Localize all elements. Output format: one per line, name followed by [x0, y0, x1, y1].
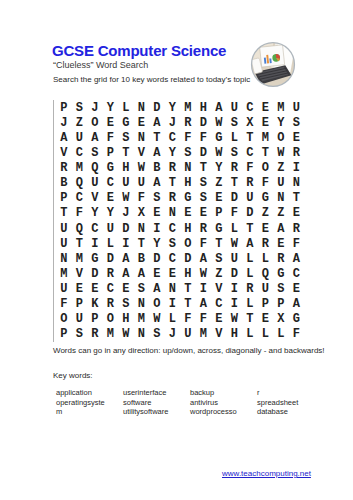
grid-cell-r14c10: A [196, 297, 212, 312]
grid-cell-r15c9: F [180, 312, 196, 327]
grid-cell-r16c4: M [103, 327, 119, 342]
grid-cell-r6c5: U [118, 176, 134, 191]
grid-cell-r4c4: P [103, 145, 119, 160]
grid-cell-r1c15: M [273, 100, 289, 115]
grid-cell-r15c4: O [103, 312, 119, 327]
grid-cell-r3c2: U [72, 130, 88, 145]
grid-cell-r4c7: A [149, 145, 165, 160]
grid-cell-r10c10: F [196, 236, 212, 251]
grid-cell-r10c16: F [289, 236, 305, 251]
grid-cell-r2c4: E [103, 115, 119, 130]
grid-cell-r16c5: W [118, 327, 134, 342]
grid-cell-r10c5: I [118, 236, 134, 251]
grid-cell-r11c14: L [258, 251, 274, 266]
grid-cell-r9c3: C [87, 221, 103, 236]
grid-cell-r12c12: D [227, 266, 243, 281]
grid-cell-r5c11: Y [211, 161, 227, 176]
grid-cell-r10c11: T [211, 236, 227, 251]
grid-cell-r5c15: Z [273, 161, 289, 176]
grid-cell-r14c8: I [165, 297, 181, 312]
grid-cell-r13c2: E [72, 282, 88, 297]
grid-cell-r1c1: P [56, 100, 72, 115]
grid-cell-r12c3: D [87, 266, 103, 281]
grid-cell-r4c1: V [56, 145, 72, 160]
grid-cell-r7c9: G [180, 191, 196, 206]
grid-cell-r5c10: T [196, 161, 212, 176]
keyword-cell-r3c2: utilitysoftware [123, 407, 190, 417]
grid-cell-r16c16: F [289, 327, 305, 342]
grid-cell-r2c7: A [149, 115, 165, 130]
grid-cell-r8c3: Y [87, 206, 103, 221]
keyword-cell-r1c1: application [56, 388, 123, 398]
grid-cell-r8c4: Y [103, 206, 119, 221]
grid-cell-r11c4: D [103, 251, 119, 266]
grid-cell-r10c3: I [87, 236, 103, 251]
page-title: GCSE Computer Science [52, 42, 226, 59]
grid-cell-r8c11: P [211, 206, 227, 221]
grid-cell-r13c1: U [56, 282, 72, 297]
worksheet-page: GCSE Computer Science “Clueless” Word Se… [0, 0, 353, 500]
grid-cell-r1c11: A [211, 100, 227, 115]
grid-cell-r15c2: U [72, 312, 88, 327]
grid-cell-r9c16: R [289, 221, 305, 236]
grid-cell-r13c4: C [103, 282, 119, 297]
grid-cell-r4c13: C [242, 145, 258, 160]
grid-cell-r4c14: T [258, 145, 274, 160]
grid-cell-r3c5: S [118, 130, 134, 145]
grid-cell-r15c12: W [227, 312, 243, 327]
grid-cell-r10c14: R [258, 236, 274, 251]
grid-cell-r13c8: N [165, 282, 181, 297]
grid-cell-r2c15: Y [273, 115, 289, 130]
grid-cell-r8c6: X [134, 206, 150, 221]
grid-cell-r15c7: W [149, 312, 165, 327]
grid-cell-r1c16: U [289, 100, 305, 115]
grid-cell-r9c11: G [211, 221, 227, 236]
grid-cell-r2c8: J [165, 115, 181, 130]
grid-cell-r7c5: W [118, 191, 134, 206]
grid-cell-r2c16: S [289, 115, 305, 130]
grid-cell-r6c10: S [196, 176, 212, 191]
grid-cell-r10c6: T [134, 236, 150, 251]
grid-cell-r15c6: M [134, 312, 150, 327]
grid-cell-r16c15: L [273, 327, 289, 342]
grid-cell-r7c12: D [227, 191, 243, 206]
grid-cell-r15c1: O [56, 312, 72, 327]
grid-cell-r14c2: P [72, 297, 88, 312]
grid-cell-r3c8: C [165, 130, 181, 145]
grid-cell-r8c16: E [289, 206, 305, 221]
grid-cell-r2c5: G [118, 115, 134, 130]
grid-cell-r3c4: F [103, 130, 119, 145]
keyword-cell-r2c2: software [123, 398, 190, 408]
grid-cell-r1c4: Y [103, 100, 119, 115]
grid-cell-r9c14: E [258, 221, 274, 236]
grid-cell-r14c1: F [56, 297, 72, 312]
grid-cell-r7c6: F [134, 191, 150, 206]
grid-cell-r5c8: R [165, 161, 181, 176]
grid-cell-r10c8: S [165, 236, 181, 251]
grid-cell-r9c10: R [196, 221, 212, 236]
grid-cell-r14c9: T [180, 297, 196, 312]
grid-cell-r7c8: R [165, 191, 181, 206]
grid-cell-r16c7: S [149, 327, 165, 342]
grid-cell-r8c14: Z [258, 206, 274, 221]
grid-cell-r16c3: R [87, 327, 103, 342]
grid-cell-r1c12: U [227, 100, 243, 115]
grid-cell-r4c5: T [118, 145, 134, 160]
grid-cell-r4c15: W [273, 145, 289, 160]
grid-cell-r3c11: G [211, 130, 227, 145]
grid-cell-r11c16: A [289, 251, 305, 266]
grid-cell-r12c14: Q [258, 266, 274, 281]
grid-cell-r12c13: L [242, 266, 258, 281]
grid-cell-r3c3: A [87, 130, 103, 145]
grid-cell-r13c3: E [87, 282, 103, 297]
grid-cell-r1c3: J [87, 100, 103, 115]
grid-cell-r6c9: H [180, 176, 196, 191]
grid-cell-r4c10: D [196, 145, 212, 160]
grid-cell-r9c15: A [273, 221, 289, 236]
grid-cell-r12c16: C [289, 266, 305, 281]
grid-cell-r3c15: O [273, 130, 289, 145]
grid-cell-r7c14: G [258, 191, 274, 206]
grid-cell-r8c2: F [72, 206, 88, 221]
grid-cell-r5c13: F [242, 161, 258, 176]
grid-cell-r13c5: E [118, 282, 134, 297]
keyword-cell-r1c4: r [257, 388, 324, 398]
grid-cell-r1c7: D [149, 100, 165, 115]
grid-cell-r12c7: E [149, 266, 165, 281]
grid-cell-r5c4: G [103, 161, 119, 176]
grid-cell-r6c7: A [149, 176, 165, 191]
grid-cell-r16c6: N [134, 327, 150, 342]
grid-cell-r12c6: A [134, 266, 150, 281]
grid-cell-r15c13: T [242, 312, 258, 327]
grid-cell-r4c16: R [289, 145, 305, 160]
grid-cell-r12c11: Z [211, 266, 227, 281]
grid-cell-r3c12: L [227, 130, 243, 145]
grid-cell-r6c8: T [165, 176, 181, 191]
grid-cell-r14c15: P [273, 297, 289, 312]
grid-cell-r13c16: E [289, 282, 305, 297]
key-words-label: Key words: [53, 371, 93, 380]
grid-cell-r6c13: R [242, 176, 258, 191]
grid-cell-r6c4: C [103, 176, 119, 191]
grid-cell-r10c12: W [227, 236, 243, 251]
grid-cell-r13c10: I [196, 282, 212, 297]
grid-cell-r7c7: S [149, 191, 165, 206]
grid-cell-r5c6: W [134, 161, 150, 176]
grid-cell-r7c3: V [87, 191, 103, 206]
grid-cell-r2c12: S [227, 115, 243, 130]
grid-cell-r14c7: O [149, 297, 165, 312]
grid-cell-r3c10: F [196, 130, 212, 145]
grid-cell-r5c3: Q [87, 161, 103, 176]
grid-cell-r3c6: N [134, 130, 150, 145]
grid-cell-r3c14: M [258, 130, 274, 145]
grid-cell-r11c2: M [72, 251, 88, 266]
grid-cell-r13c14: U [258, 282, 274, 297]
grid-cell-r1c9: M [180, 100, 196, 115]
grid-cell-r14c14: P [258, 297, 274, 312]
grid-cell-r3c1: A [56, 130, 72, 145]
grid-cell-r11c13: L [242, 251, 258, 266]
grid-cell-r14c11: C [211, 297, 227, 312]
grid-cell-r12c1: M [56, 266, 72, 281]
grid-cell-r11c5: A [118, 251, 134, 266]
grid-cell-r2c9: R [180, 115, 196, 130]
grid-cell-r6c16: N [289, 176, 305, 191]
page-subtitle: “Clueless” Word Search [53, 60, 148, 70]
keyword-cell-r1c2: userinterface [123, 388, 190, 398]
grid-cell-r6c12: T [227, 176, 243, 191]
grid-cell-r4c2: C [72, 145, 88, 160]
grid-cell-r5c12: R [227, 161, 243, 176]
laptop-photo-icon [250, 41, 296, 88]
grid-cell-r9c5: D [118, 221, 134, 236]
grid-cell-r6c6: U [134, 176, 150, 191]
grid-cell-r11c6: B [134, 251, 150, 266]
grid-cell-r13c15: S [273, 282, 289, 297]
grid-cell-r6c14: F [258, 176, 274, 191]
grid-cell-r7c1: P [56, 191, 72, 206]
grid-cell-r4c3: S [87, 145, 103, 160]
grid-cell-r7c10: S [196, 191, 212, 206]
grid-cell-r9c13: T [242, 221, 258, 236]
grid-cell-r10c13: A [242, 236, 258, 251]
grid-cell-r1c14: E [258, 100, 274, 115]
grid-cell-r4c9: S [180, 145, 196, 160]
grid-cell-r4c12: S [227, 145, 243, 160]
grid-cell-r10c15: E [273, 236, 289, 251]
grid-cell-r11c10: A [196, 251, 212, 266]
keyword-cell-r3c3: wordprocesso [190, 407, 257, 417]
grid-cell-r13c6: S [134, 282, 150, 297]
grid-cell-r8c13: D [242, 206, 258, 221]
grid-cell-r8c10: E [196, 206, 212, 221]
grid-cell-r2c11: W [211, 115, 227, 130]
grid-cell-r1c13: C [242, 100, 258, 115]
grid-cell-r9c1: U [56, 221, 72, 236]
grid-cell-r2c3: O [87, 115, 103, 130]
grid-cell-r16c10: M [196, 327, 212, 342]
grid-cell-r16c12: H [227, 327, 243, 342]
grid-cell-r7c2: C [72, 191, 88, 206]
grid-cell-r11c9: D [180, 251, 196, 266]
footer-link[interactable]: www.teachcomputing.net [222, 469, 311, 478]
grid-cell-r2c10: D [196, 115, 212, 130]
grid-cell-r2c13: X [242, 115, 258, 130]
grid-cell-r1c2: S [72, 100, 88, 115]
grid-cell-r1c5: L [118, 100, 134, 115]
grid-cell-r15c11: E [211, 312, 227, 327]
grid-cell-r14c3: K [87, 297, 103, 312]
grid-cell-r8c12: F [227, 206, 243, 221]
grid-cell-r12c10: W [196, 266, 212, 281]
grid-cell-r9c4: U [103, 221, 119, 236]
grid-cell-r13c13: R [242, 282, 258, 297]
grid-cell-r5c16: I [289, 161, 305, 176]
grid-cell-r14c12: I [227, 297, 243, 312]
grid-cell-r8c9: E [180, 206, 196, 221]
grid-cell-r11c1: N [56, 251, 72, 266]
grid-cell-r8c15: Z [273, 206, 289, 221]
grid-cell-r10c4: L [103, 236, 119, 251]
grid-cell-r5c9: N [180, 161, 196, 176]
grid-cell-r14c4: R [103, 297, 119, 312]
keyword-cell-r2c4: spreadsheet [257, 398, 324, 408]
grid-cell-r12c4: R [103, 266, 119, 281]
grid-cell-r9c12: L [227, 221, 243, 236]
grid-cell-r15c14: E [258, 312, 274, 327]
grid-cell-r8c5: J [118, 206, 134, 221]
keyword-cell-r3c1: m [56, 407, 123, 417]
grid-cell-r11c12: U [227, 251, 243, 266]
grid-cell-r14c16: A [289, 297, 305, 312]
grid-cell-r4c11: W [211, 145, 227, 160]
grid-cell-r16c11: V [211, 327, 227, 342]
grid-cell-r13c12: I [227, 282, 243, 297]
grid-cell-r7c16: T [289, 191, 305, 206]
grid-cell-r16c1: P [56, 327, 72, 342]
directions-note: Words can go in any direction: up/down, … [53, 346, 325, 355]
key-words-list: applicationuserinterfacebackuproperating… [56, 388, 324, 417]
grid-cell-r15c5: H [118, 312, 134, 327]
grid-cell-r16c8: J [165, 327, 181, 342]
grid-cell-r8c7: E [149, 206, 165, 221]
grid-cell-r5c14: O [258, 161, 274, 176]
grid-cell-r16c13: L [242, 327, 258, 342]
grid-cell-r10c7: Y [149, 236, 165, 251]
grid-cell-r2c1: J [56, 115, 72, 130]
grid-cell-r15c3: P [87, 312, 103, 327]
grid-cell-r6c3: U [87, 176, 103, 191]
grid-cell-r10c2: T [72, 236, 88, 251]
grid-cell-r1c8: Y [165, 100, 181, 115]
grid-cell-r9c2: Q [72, 221, 88, 236]
laptop-screen [260, 45, 285, 67]
grid-cell-r14c13: L [242, 297, 258, 312]
grid-cell-r12c9: H [180, 266, 196, 281]
grid-cell-r9c6: N [134, 221, 150, 236]
grid-cell-r11c11: S [211, 251, 227, 266]
grid-cell-r6c1: B [56, 176, 72, 191]
grid-cell-r2c6: E [134, 115, 150, 130]
grid-cell-r11c7: D [149, 251, 165, 266]
grid-cell-r10c9: O [180, 236, 196, 251]
grid-cell-r7c15: N [273, 191, 289, 206]
keyword-cell-r3c4: database [257, 407, 324, 417]
keyword-cell-r2c1: operatingsyste [56, 398, 123, 408]
grid-cell-r5c2: M [72, 161, 88, 176]
grid-cell-r15c10: F [196, 312, 212, 327]
grid-cell-r11c8: C [165, 251, 181, 266]
grid-cell-r13c11: V [211, 282, 227, 297]
grid-cell-r13c7: A [149, 282, 165, 297]
keyword-cell-r2c3: antivirus [190, 398, 257, 408]
grid-cell-r12c15: G [273, 266, 289, 281]
grid-cell-r1c6: N [134, 100, 150, 115]
grid-cell-r9c7: I [149, 221, 165, 236]
grid-cell-r6c2: Q [72, 176, 88, 191]
grid-cell-r5c7: B [149, 161, 165, 176]
grid-cell-r7c13: U [242, 191, 258, 206]
grid-cell-r2c2: Z [72, 115, 88, 130]
grid-cell-r9c9: H [180, 221, 196, 236]
grid-cell-r2c14: E [258, 115, 274, 130]
grid-cell-r15c15: X [273, 312, 289, 327]
grid-cell-r4c6: V [134, 145, 150, 160]
grid-cell-r13c9: T [180, 282, 196, 297]
grid-cell-r15c16: G [289, 312, 305, 327]
keyword-cell-r1c3: backup [190, 388, 257, 398]
grid-cell-r12c5: A [118, 266, 134, 281]
grid-cell-r11c3: G [87, 251, 103, 266]
grid-cell-r8c1: T [56, 206, 72, 221]
grid-cell-r5c1: R [56, 161, 72, 176]
grid-cell-r1c10: H [196, 100, 212, 115]
grid-cell-r6c11: Z [211, 176, 227, 191]
grid-cell-r14c6: N [134, 297, 150, 312]
grid-cell-r7c11: E [211, 191, 227, 206]
grid-cell-r16c2: S [72, 327, 88, 342]
grid-cell-r3c9: F [180, 130, 196, 145]
instruction-text: Search the grid for 10 key words related… [53, 75, 250, 84]
grid-cell-r5c5: H [118, 161, 134, 176]
grid-cell-r3c13: T [242, 130, 258, 145]
grid-cell-r8c8: N [165, 206, 181, 221]
grid-cell-r7c4: E [103, 191, 119, 206]
grid-cell-r16c9: U [180, 327, 196, 342]
grid-cell-r9c8: C [165, 221, 181, 236]
grid-cell-r3c7: T [149, 130, 165, 145]
grid-cell-r4c8: Y [165, 145, 181, 160]
grid-cell-r6c15: U [273, 176, 289, 191]
grid-cell-r12c8: E [165, 266, 181, 281]
grid-cell-r3c16: E [289, 130, 305, 145]
grid-cell-r14c5: S [118, 297, 134, 312]
grid-cell-r10c1: U [56, 236, 72, 251]
word-search-grid: PSJYLNDYMHAUCEMUJZOEGEAJRDWSXEYSAUAFSNTC… [53, 100, 304, 342]
grid-cell-r12c2: V [72, 266, 88, 281]
grid-cell-r11c15: R [273, 251, 289, 266]
grid-cell-r15c8: L [165, 312, 181, 327]
grid-cell-r16c14: L [258, 327, 274, 342]
